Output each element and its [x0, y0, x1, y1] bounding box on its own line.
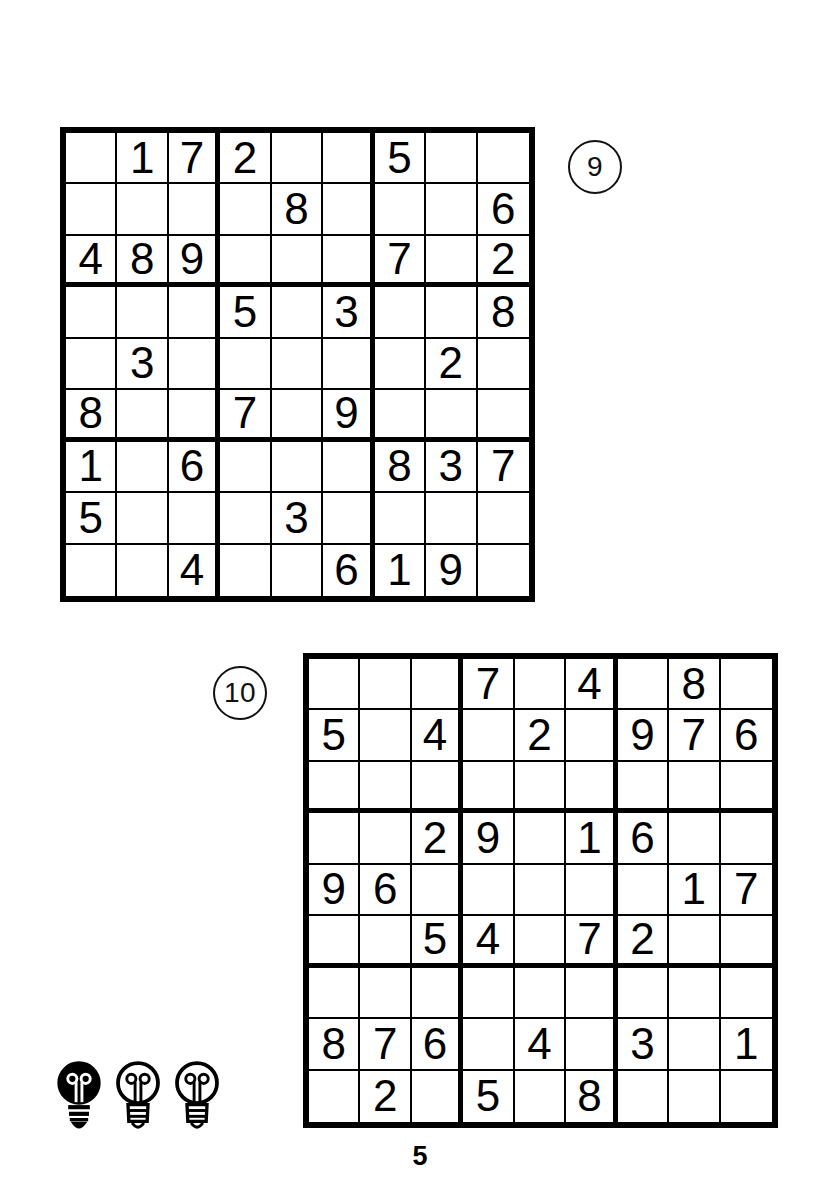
sudoku-10-cell-r7c7[interactable]	[618, 968, 669, 1019]
sudoku-9-cell-r9c5[interactable]	[272, 545, 323, 596]
sudoku-10-cell-r7c8[interactable]	[669, 968, 720, 1019]
sudoku-10-cell-r3c5[interactable]	[515, 762, 566, 813]
sudoku-9-cell-r1c8[interactable]	[426, 133, 477, 184]
sudoku-10-cell-r5c8[interactable]: 1	[669, 865, 720, 916]
puzzle-9-number: 9	[587, 151, 603, 183]
sudoku-9-cell-r1c2[interactable]: 1	[117, 133, 168, 184]
sudoku-10-cell-r3c4[interactable]	[463, 762, 514, 813]
sudoku-9-cell-r5c6[interactable]	[323, 339, 374, 390]
sudoku-10-cell-r4c4[interactable]: 9	[463, 813, 514, 864]
sudoku-10-cell-r4c1[interactable]	[309, 813, 360, 864]
sudoku-10-cell-r5c3[interactable]	[412, 865, 463, 916]
puzzle-10-number: 10	[224, 677, 256, 709]
sudoku-10-cell-r3c3[interactable]	[412, 762, 463, 813]
sudoku-9-cell-r1c3[interactable]: 7	[169, 133, 220, 184]
sudoku-9-cell-r9c7[interactable]: 1	[375, 545, 426, 596]
sudoku-10-cell-r4c6[interactable]: 1	[566, 813, 617, 864]
sudoku-10-cell-r7c2[interactable]	[360, 968, 411, 1019]
sudoku-10-cell-r1c1[interactable]	[309, 659, 360, 710]
sudoku-9-cell-r7c7[interactable]: 8	[375, 442, 426, 493]
sudoku-10-cell-r1c3[interactable]	[412, 659, 463, 710]
sudoku-9-cell-r5c4[interactable]	[220, 339, 271, 390]
sudoku-9-cell-r6c8[interactable]	[426, 390, 477, 441]
sudoku-9-cell-r4c7[interactable]	[375, 287, 426, 338]
sudoku-9-cell-r2c4[interactable]	[220, 184, 271, 235]
difficulty-rating	[54, 1059, 222, 1137]
sudoku-10-cell-r8c9[interactable]: 1	[721, 1019, 772, 1070]
sudoku-9-cell-r1c7[interactable]: 5	[375, 133, 426, 184]
sudoku-10-cell-r3c2[interactable]	[360, 762, 411, 813]
sudoku-9-cell-r9c3[interactable]: 4	[169, 545, 220, 596]
sudoku-10-cell-r2c8[interactable]: 7	[669, 710, 720, 761]
sudoku-9-cell-r6c4[interactable]: 7	[220, 390, 271, 441]
sudoku-9-cell-r3c1[interactable]: 4	[66, 236, 117, 287]
sudoku-10-cell-r9c2[interactable]: 2	[360, 1071, 411, 1122]
sudoku-9-cell-r5c1[interactable]	[66, 339, 117, 390]
lightbulb-outline-icon	[172, 1059, 222, 1137]
sudoku-10-cell-r4c3[interactable]: 2	[412, 813, 463, 864]
sudoku-10-cell-r8c1[interactable]: 8	[309, 1019, 360, 1070]
sudoku-9-cell-r9c4[interactable]	[220, 545, 271, 596]
sudoku-9-cell-r3c3[interactable]: 9	[169, 236, 220, 287]
sudoku-9-cell-r4c2[interactable]	[117, 287, 168, 338]
lightbulb-filled-icon	[54, 1059, 104, 1137]
sudoku-10-cell-r2c9[interactable]: 6	[721, 710, 772, 761]
sudoku-9-cell-r5c3[interactable]	[169, 339, 220, 390]
sudoku-10-cell-r7c1[interactable]	[309, 968, 360, 1019]
sudoku-9-cell-r6c2[interactable]	[117, 390, 168, 441]
sudoku-10-cell-r9c4[interactable]: 5	[463, 1071, 514, 1122]
sudoku-10-cell-r8c3[interactable]: 6	[412, 1019, 463, 1070]
sudoku-10-cell-r9c8[interactable]	[669, 1071, 720, 1122]
sudoku-10-cell-r6c9[interactable]	[721, 916, 772, 967]
sudoku-9-cell-r3c6[interactable]	[323, 236, 374, 287]
sudoku-10-cell-r4c7[interactable]: 6	[618, 813, 669, 864]
sudoku-10-cell-r8c5[interactable]: 4	[515, 1019, 566, 1070]
sudoku-9-cell-r3c8[interactable]	[426, 236, 477, 287]
sudoku-9-cell-r5c8[interactable]: 2	[426, 339, 477, 390]
sudoku-10-cell-r5c4[interactable]	[463, 865, 514, 916]
sudoku-9-cell-r9c2[interactable]	[117, 545, 168, 596]
sudoku-10-cell-r8c2[interactable]: 7	[360, 1019, 411, 1070]
sudoku-grid-10: 748542976291696175472876431258	[303, 653, 778, 1128]
sudoku-9-cell-r6c6[interactable]: 9	[323, 390, 374, 441]
sudoku-9-cell-r3c7[interactable]: 7	[375, 236, 426, 287]
sudoku-10-cell-r5c2[interactable]: 6	[360, 865, 411, 916]
sudoku-10-cell-r6c7[interactable]: 2	[618, 916, 669, 967]
sudoku-9-cell-r1c6[interactable]	[323, 133, 374, 184]
sudoku-10-cell-r8c8[interactable]	[669, 1019, 720, 1070]
sudoku-10-cell-r9c3[interactable]	[412, 1071, 463, 1122]
sudoku-10-cell-r8c7[interactable]: 3	[618, 1019, 669, 1070]
sudoku-9-cell-r7c6[interactable]	[323, 442, 374, 493]
sudoku-10-cell-r6c2[interactable]	[360, 916, 411, 967]
sudoku-9-cell-r3c4[interactable]	[220, 236, 271, 287]
sudoku-9-cell-r5c5[interactable]	[272, 339, 323, 390]
sudoku-9-cell-r9c1[interactable]	[66, 545, 117, 596]
sudoku-9-cell-r4c5[interactable]	[272, 287, 323, 338]
puzzle-9-number-badge: 9	[568, 140, 622, 194]
sudoku-10-cell-r5c5[interactable]	[515, 865, 566, 916]
sudoku-10-cell-r1c8[interactable]: 8	[669, 659, 720, 710]
sudoku-10-cell-r7c6[interactable]	[566, 968, 617, 1019]
sudoku-10-cell-r4c5[interactable]	[515, 813, 566, 864]
sudoku-10-cell-r2c4[interactable]	[463, 710, 514, 761]
sudoku-9-cell-r4c1[interactable]	[66, 287, 117, 338]
lightbulb-outline-icon	[113, 1059, 163, 1137]
page-number: 5	[0, 1141, 840, 1172]
sudoku-9-cell-r6c9[interactable]	[478, 390, 529, 441]
sudoku-9-cell-r7c2[interactable]	[117, 442, 168, 493]
sudoku-9-cell-r2c2[interactable]	[117, 184, 168, 235]
sudoku-9-cell-r7c8[interactable]: 3	[426, 442, 477, 493]
sudoku-10-cell-r9c6[interactable]: 8	[566, 1071, 617, 1122]
sudoku-10-cell-r7c4[interactable]	[463, 968, 514, 1019]
sudoku-10-cell-r6c6[interactable]: 7	[566, 916, 617, 967]
sudoku-9-cell-r9c6[interactable]: 6	[323, 545, 374, 596]
sudoku-10-cell-r2c2[interactable]	[360, 710, 411, 761]
sudoku-10-cell-r1c7[interactable]	[618, 659, 669, 710]
sudoku-9-cell-r2c8[interactable]	[426, 184, 477, 235]
sudoku-9-cell-r8c5[interactable]: 3	[272, 493, 323, 544]
sudoku-9-cell-r1c4[interactable]: 2	[220, 133, 271, 184]
sudoku-10-cell-r1c6[interactable]: 4	[566, 659, 617, 710]
sudoku-9-cell-r6c5[interactable]	[272, 390, 323, 441]
sudoku-10-cell-r1c2[interactable]	[360, 659, 411, 710]
sudoku-10-cell-r1c5[interactable]	[515, 659, 566, 710]
sudoku-10-cell-r4c2[interactable]	[360, 813, 411, 864]
sudoku-10-cell-r7c5[interactable]	[515, 968, 566, 1019]
sudoku-10-cell-r5c7[interactable]	[618, 865, 669, 916]
sudoku-10-cell-r3c1[interactable]	[309, 762, 360, 813]
sudoku-9-cell-r4c9[interactable]: 8	[478, 287, 529, 338]
sudoku-9-cell-r1c9[interactable]	[478, 133, 529, 184]
sudoku-9-cell-r9c9[interactable]	[478, 545, 529, 596]
sudoku-10-cell-r5c1[interactable]: 9	[309, 865, 360, 916]
sudoku-9-cell-r3c2[interactable]: 8	[117, 236, 168, 287]
sudoku-9-cell-r8c3[interactable]	[169, 493, 220, 544]
puzzle-10-number-badge: 10	[213, 666, 267, 720]
sudoku-9-cell-r5c9[interactable]	[478, 339, 529, 390]
sudoku-9-cell-r1c1[interactable]	[66, 133, 117, 184]
sudoku-9-cell-r2c5[interactable]: 8	[272, 184, 323, 235]
sudoku-10-cell-r3c7[interactable]	[618, 762, 669, 813]
sudoku-9-cell-r9c8[interactable]: 9	[426, 545, 477, 596]
sudoku-9-cell-r4c6[interactable]: 3	[323, 287, 374, 338]
sudoku-10-cell-r2c6[interactable]	[566, 710, 617, 761]
sudoku-9-cell-r5c2[interactable]: 3	[117, 339, 168, 390]
sudoku-10-cell-r9c7[interactable]	[618, 1071, 669, 1122]
sudoku-9-cell-r7c4[interactable]	[220, 442, 271, 493]
sudoku-9-cell-r4c4[interactable]: 5	[220, 287, 271, 338]
sudoku-10-cell-r2c7[interactable]: 9	[618, 710, 669, 761]
sudoku-9-cell-r8c2[interactable]	[117, 493, 168, 544]
sudoku-9-cell-r6c7[interactable]	[375, 390, 426, 441]
sudoku-9-cell-r7c3[interactable]: 6	[169, 442, 220, 493]
sudoku-10-cell-r3c6[interactable]	[566, 762, 617, 813]
sudoku-10-cell-r9c5[interactable]	[515, 1071, 566, 1122]
sudoku-9-cell-r8c4[interactable]	[220, 493, 271, 544]
sudoku-9-cell-r2c3[interactable]	[169, 184, 220, 235]
sudoku-10-cell-r9c9[interactable]	[721, 1071, 772, 1122]
sudoku-9-cell-r8c6[interactable]	[323, 493, 374, 544]
sudoku-grid-9: 172586489725383287916837534619	[60, 127, 535, 602]
sudoku-9-cell-r8c7[interactable]	[375, 493, 426, 544]
sudoku-10-cell-r8c6[interactable]	[566, 1019, 617, 1070]
sudoku-9-cell-r6c1[interactable]: 8	[66, 390, 117, 441]
sudoku-10-cell-r7c9[interactable]	[721, 968, 772, 1019]
sudoku-9-cell-r8c8[interactable]	[426, 493, 477, 544]
sudoku-9-cell-r7c5[interactable]	[272, 442, 323, 493]
sudoku-10-cell-r4c8[interactable]	[669, 813, 720, 864]
sudoku-9-cell-r8c1[interactable]: 5	[66, 493, 117, 544]
sudoku-9-cell-r8c9[interactable]	[478, 493, 529, 544]
sudoku-10-cell-r7c3[interactable]	[412, 968, 463, 1019]
sudoku-10-cell-r1c9[interactable]	[721, 659, 772, 710]
sudoku-10-cell-r2c3[interactable]: 4	[412, 710, 463, 761]
sudoku-9-cell-r2c7[interactable]	[375, 184, 426, 235]
sudoku-10-cell-r2c1[interactable]: 5	[309, 710, 360, 761]
sudoku-10-cell-r6c4[interactable]: 4	[463, 916, 514, 967]
sudoku-9-cell-r5c7[interactable]	[375, 339, 426, 390]
sudoku-9-cell-r2c9[interactable]: 6	[478, 184, 529, 235]
sudoku-9-cell-r7c1[interactable]: 1	[66, 442, 117, 493]
sudoku-9-cell-r3c9[interactable]: 2	[478, 236, 529, 287]
sudoku-9-cell-r7c9[interactable]: 7	[478, 442, 529, 493]
sudoku-10-cell-r9c1[interactable]	[309, 1071, 360, 1122]
sudoku-10-cell-r3c8[interactable]	[669, 762, 720, 813]
sudoku-9-cell-r4c8[interactable]	[426, 287, 477, 338]
sudoku-9-cell-r6c3[interactable]	[169, 390, 220, 441]
sudoku-10-cell-r5c6[interactable]	[566, 865, 617, 916]
sudoku-9-cell-r2c6[interactable]	[323, 184, 374, 235]
sudoku-9-cell-r4c3[interactable]	[169, 287, 220, 338]
sudoku-10-cell-r8c4[interactable]	[463, 1019, 514, 1070]
sudoku-9-cell-r2c1[interactable]	[66, 184, 117, 235]
sudoku-10-cell-r6c3[interactable]: 5	[412, 916, 463, 967]
sudoku-10-cell-r1c4[interactable]: 7	[463, 659, 514, 710]
sudoku-10-cell-r3c9[interactable]	[721, 762, 772, 813]
sudoku-10-cell-r6c5[interactable]	[515, 916, 566, 967]
sudoku-9-cell-r1c5[interactable]	[272, 133, 323, 184]
sudoku-9-cell-r3c5[interactable]	[272, 236, 323, 287]
sudoku-10-cell-r5c9[interactable]: 7	[721, 865, 772, 916]
sudoku-10-cell-r6c8[interactable]	[669, 916, 720, 967]
sudoku-10-cell-r6c1[interactable]	[309, 916, 360, 967]
sudoku-10-cell-r2c5[interactable]: 2	[515, 710, 566, 761]
sudoku-10-cell-r4c9[interactable]	[721, 813, 772, 864]
